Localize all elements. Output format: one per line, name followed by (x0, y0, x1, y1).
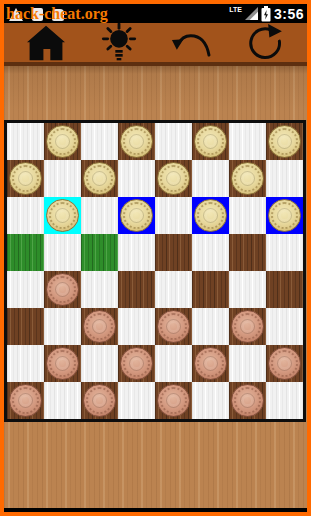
home-icon (23, 24, 69, 62)
copper-piece[interactable] (231, 310, 264, 343)
board-square[interactable] (44, 345, 81, 382)
board-square[interactable] (192, 271, 229, 308)
board-square[interactable] (266, 345, 303, 382)
gold-piece[interactable] (120, 199, 153, 232)
board-square[interactable] (266, 271, 303, 308)
board-square[interactable] (229, 197, 266, 234)
board-square[interactable] (7, 308, 44, 345)
gold-piece[interactable] (268, 199, 301, 232)
board-square[interactable] (44, 197, 81, 234)
network-type-label: LTE (229, 6, 242, 13)
copper-piece[interactable] (83, 310, 116, 343)
board-square[interactable] (266, 160, 303, 197)
board-square[interactable] (155, 345, 192, 382)
copper-piece[interactable] (46, 273, 79, 306)
board-square[interactable] (81, 345, 118, 382)
board-square[interactable] (7, 382, 44, 419)
board-square[interactable] (192, 234, 229, 271)
board-square[interactable] (118, 382, 155, 419)
board-square[interactable] (118, 123, 155, 160)
board-square[interactable] (118, 345, 155, 382)
board-square[interactable] (81, 234, 118, 271)
board-square[interactable] (81, 271, 118, 308)
board-square[interactable] (266, 308, 303, 345)
board (4, 120, 306, 422)
gold-piece[interactable] (194, 125, 227, 158)
toolbar (4, 23, 307, 66)
board-square[interactable] (266, 123, 303, 160)
board-square[interactable] (81, 123, 118, 160)
copper-piece[interactable] (231, 384, 264, 417)
board-square[interactable] (192, 345, 229, 382)
undo-arrow-icon (169, 26, 215, 60)
board-square[interactable] (44, 271, 81, 308)
board-square[interactable] (44, 308, 81, 345)
board-square[interactable] (155, 382, 192, 419)
board-square[interactable] (192, 308, 229, 345)
copper-piece[interactable] (46, 347, 79, 380)
gold-piece[interactable] (120, 125, 153, 158)
board-square[interactable] (7, 197, 44, 234)
copper-piece[interactable] (157, 384, 190, 417)
gold-piece[interactable] (83, 162, 116, 195)
watermark-text: hack-cheat.org (6, 4, 108, 23)
status-indicators: LTE 3:56 (229, 4, 304, 23)
board-square[interactable] (118, 308, 155, 345)
board-square[interactable] (118, 160, 155, 197)
copper-piece[interactable] (9, 384, 42, 417)
board-square[interactable] (266, 197, 303, 234)
status-bar: hack-cheat.org LTE 3:56 (4, 4, 307, 23)
board-square[interactable] (7, 271, 44, 308)
board-square[interactable] (7, 123, 44, 160)
signal-icon (245, 7, 258, 20)
copper-piece[interactable] (120, 347, 153, 380)
copper-piece[interactable] (268, 347, 301, 380)
board-square[interactable] (229, 271, 266, 308)
board-square[interactable] (7, 234, 44, 271)
board-square[interactable] (155, 308, 192, 345)
gold-piece[interactable] (268, 125, 301, 158)
board-square[interactable] (81, 160, 118, 197)
board-square[interactable] (44, 234, 81, 271)
restart-button[interactable] (237, 23, 293, 63)
gold-piece[interactable] (46, 125, 79, 158)
board-square[interactable] (266, 234, 303, 271)
board-square[interactable] (192, 123, 229, 160)
battery-charging-icon (261, 6, 271, 22)
board-square[interactable] (44, 123, 81, 160)
copper-piece[interactable] (83, 384, 116, 417)
board-square[interactable] (44, 160, 81, 197)
home-button[interactable] (18, 23, 74, 63)
board-square[interactable] (155, 271, 192, 308)
board-square[interactable] (229, 308, 266, 345)
board-square[interactable] (155, 160, 192, 197)
copper-piece[interactable] (157, 310, 190, 343)
board-square[interactable] (118, 234, 155, 271)
copper-piece[interactable] (194, 347, 227, 380)
gold-piece[interactable] (231, 162, 264, 195)
board-square[interactable] (81, 308, 118, 345)
gold-piece[interactable] (157, 162, 190, 195)
app-window: hack-cheat.org LTE 3:56 (0, 0, 311, 516)
board-square[interactable] (7, 345, 44, 382)
board-square[interactable] (44, 382, 81, 419)
board-square[interactable] (229, 234, 266, 271)
gold-piece[interactable] (46, 199, 79, 232)
board-square[interactable] (155, 123, 192, 160)
board-square[interactable] (192, 382, 229, 419)
board-square[interactable] (118, 197, 155, 234)
board-square[interactable] (155, 197, 192, 234)
board-square[interactable] (229, 382, 266, 419)
board-square[interactable] (192, 197, 229, 234)
board-square[interactable] (229, 160, 266, 197)
board-square[interactable] (118, 271, 155, 308)
gold-piece[interactable] (194, 199, 227, 232)
hint-button[interactable] (91, 23, 147, 63)
board-square[interactable] (192, 160, 229, 197)
board-square[interactable] (81, 382, 118, 419)
lightbulb-icon (99, 23, 139, 63)
circular-arrow-icon (244, 23, 286, 63)
table-background (4, 66, 307, 508)
board-square[interactable] (229, 345, 266, 382)
board-square[interactable] (229, 123, 266, 160)
undo-button[interactable] (164, 23, 220, 63)
board-square[interactable] (7, 160, 44, 197)
gold-piece[interactable] (9, 162, 42, 195)
board-square[interactable] (81, 197, 118, 234)
clock: 3:56 (274, 6, 304, 22)
board-square[interactable] (266, 382, 303, 419)
board-square[interactable] (155, 234, 192, 271)
